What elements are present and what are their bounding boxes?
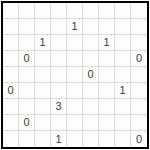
cell-r0-c4[interactable] [67,3,83,19]
cell-r8-c5[interactable] [83,131,99,147]
cell-r8-c0[interactable] [3,131,19,147]
cell-r2-c7[interactable] [115,35,131,51]
cell-r8-c1[interactable] [19,131,35,147]
cell-r0-c8[interactable] [131,3,147,19]
cell-r7-c6[interactable] [99,115,115,131]
cell-r6-c8[interactable] [131,99,147,115]
clue-number: 0 [23,117,29,128]
cell-r3-c0[interactable] [3,51,19,67]
cell-r3-c2[interactable] [35,51,51,67]
cell-r7-c5[interactable] [83,115,99,131]
cell-r1-c0[interactable] [3,19,19,35]
cell-r3-c1[interactable]: 0 [19,51,35,67]
cell-r5-c8[interactable] [131,83,147,99]
cell-r7-c7[interactable] [115,115,131,131]
cell-r5-c1[interactable] [19,83,35,99]
cell-r3-c3[interactable] [51,51,67,67]
cell-r6-c7[interactable] [115,99,131,115]
cell-r5-c7[interactable]: 1 [115,83,131,99]
cell-r5-c6[interactable] [99,83,115,99]
clue-number: 0 [136,53,142,64]
cell-r3-c6[interactable] [99,51,115,67]
cell-r3-c8[interactable]: 0 [131,51,147,67]
clue-number: 1 [119,85,125,96]
cell-r1-c5[interactable] [83,19,99,35]
cell-r4-c0[interactable] [3,67,19,83]
cell-r2-c6[interactable]: 1 [99,35,115,51]
cell-r2-c8[interactable] [131,35,147,51]
cell-r8-c6[interactable] [99,131,115,147]
cell-r8-c2[interactable] [35,131,51,147]
cell-r5-c5[interactable] [83,83,99,99]
cell-r6-c1[interactable] [19,99,35,115]
clue-number: 0 [7,85,13,96]
clue-number: 1 [71,21,77,32]
cell-r8-c3[interactable]: 1 [51,131,67,147]
cell-r2-c1[interactable] [19,35,35,51]
cell-r7-c3[interactable] [51,115,67,131]
cell-r4-c6[interactable] [99,67,115,83]
cell-r8-c7[interactable] [115,131,131,147]
cell-r2-c0[interactable] [3,35,19,51]
cell-r1-c8[interactable] [131,19,147,35]
cell-r6-c3[interactable]: 3 [51,99,67,115]
cell-r6-c0[interactable] [3,99,19,115]
clue-number: 0 [23,53,29,64]
cell-r7-c4[interactable] [67,115,83,131]
cell-r7-c2[interactable] [35,115,51,131]
cell-r2-c5[interactable] [83,35,99,51]
cell-r1-c6[interactable] [99,19,115,35]
cell-r0-c3[interactable] [51,3,67,19]
clue-number: 1 [39,37,45,48]
cell-r0-c0[interactable] [3,3,19,19]
cell-r6-c5[interactable] [83,99,99,115]
cell-r5-c4[interactable] [67,83,83,99]
cell-r4-c3[interactable] [51,67,67,83]
cell-r1-c2[interactable] [35,19,51,35]
cell-r4-c5[interactable]: 0 [83,67,99,83]
cell-r4-c2[interactable] [35,67,51,83]
cell-r2-c4[interactable] [67,35,83,51]
cell-r0-c7[interactable] [115,3,131,19]
cell-r6-c4[interactable] [67,99,83,115]
cell-r1-c1[interactable] [19,19,35,35]
cell-r0-c2[interactable] [35,3,51,19]
cell-r1-c7[interactable] [115,19,131,35]
cell-r4-c7[interactable] [115,67,131,83]
clue-number: 1 [55,134,61,145]
cell-r0-c6[interactable] [99,3,115,19]
puzzle-board: 111000013010 [1,1,149,149]
cell-r0-c5[interactable] [83,3,99,19]
cell-r3-c7[interactable] [115,51,131,67]
cell-r4-c8[interactable] [131,67,147,83]
cell-r7-c8[interactable] [131,115,147,131]
clue-number: 1 [103,37,109,48]
clue-number: 0 [87,69,93,80]
cell-r3-c4[interactable] [67,51,83,67]
clue-number: 0 [136,134,142,145]
cell-r0-c1[interactable] [19,3,35,19]
cell-r5-c2[interactable] [35,83,51,99]
cell-r3-c5[interactable] [83,51,99,67]
cell-r1-c4[interactable]: 1 [67,19,83,35]
cell-r1-c3[interactable] [51,19,67,35]
cell-r7-c1[interactable]: 0 [19,115,35,131]
cell-r2-c3[interactable] [51,35,67,51]
cell-r5-c0[interactable]: 0 [3,83,19,99]
cell-r7-c0[interactable] [3,115,19,131]
cell-r6-c6[interactable] [99,99,115,115]
cell-r4-c4[interactable] [67,67,83,83]
cell-r6-c2[interactable] [35,99,51,115]
cell-r8-c8[interactable]: 0 [131,131,147,147]
cell-r5-c3[interactable] [51,83,67,99]
cell-r4-c1[interactable] [19,67,35,83]
clue-number: 3 [55,101,61,112]
cell-r8-c4[interactable] [67,131,83,147]
cell-r2-c2[interactable]: 1 [35,35,51,51]
